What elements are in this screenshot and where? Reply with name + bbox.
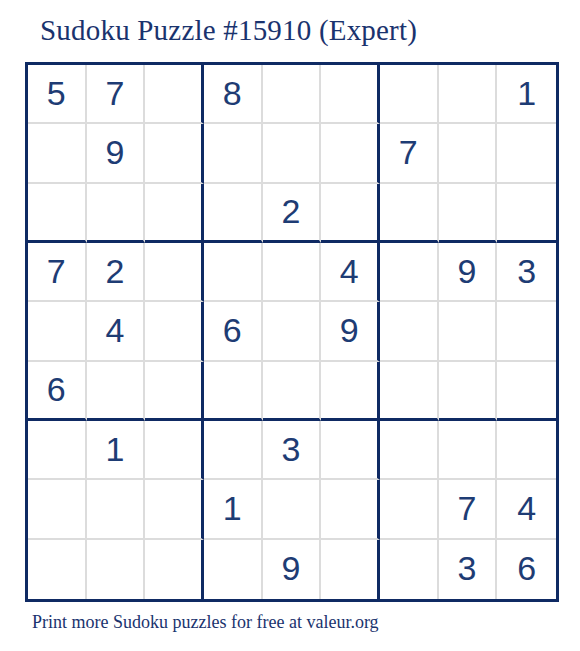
sudoku-cell-r8c6 [321, 480, 380, 539]
sudoku-cell-r8c9: 4 [497, 480, 556, 539]
sudoku-cell-r1c6 [321, 65, 380, 124]
sudoku-cell-r1c3 [145, 65, 204, 124]
sudoku-cell-r6c3 [145, 362, 204, 421]
sudoku-cell-r3c3 [145, 184, 204, 243]
sudoku-cell-r5c7 [380, 302, 439, 361]
sudoku-cell-r9c8: 3 [439, 540, 498, 599]
page-title: Sudoku Puzzle #15910 (Expert) [40, 12, 580, 48]
sudoku-cell-r3c6 [321, 184, 380, 243]
sudoku-cell-r5c8 [439, 302, 498, 361]
sudoku-cell-r5c9 [497, 302, 556, 361]
sudoku-cell-r1c5 [263, 65, 322, 124]
sudoku-cell-r4c2: 2 [87, 243, 146, 302]
sudoku-cell-r2c9 [497, 124, 556, 183]
sudoku-cell-r4c3 [145, 243, 204, 302]
sudoku-cell-r2c2: 9 [87, 124, 146, 183]
sudoku-cell-r8c3 [145, 480, 204, 539]
sudoku-cell-r9c9: 6 [497, 540, 556, 599]
sudoku-cell-r5c6: 9 [321, 302, 380, 361]
sudoku-cell-r2c1 [28, 124, 87, 183]
sudoku-cell-r8c4: 1 [204, 480, 263, 539]
sudoku-cell-r4c9: 3 [497, 243, 556, 302]
sudoku-cell-r6c9 [497, 362, 556, 421]
sudoku-cell-r4c6: 4 [321, 243, 380, 302]
sudoku-cell-r5c3 [145, 302, 204, 361]
sudoku-cell-r7c3 [145, 421, 204, 480]
sudoku-cell-r6c7 [380, 362, 439, 421]
sudoku-cell-r1c1: 5 [28, 65, 87, 124]
sudoku-cell-r7c5: 3 [263, 421, 322, 480]
sudoku-cell-r8c5 [263, 480, 322, 539]
sudoku-cell-r5c4: 6 [204, 302, 263, 361]
sudoku-cell-r5c1 [28, 302, 87, 361]
sudoku-cell-r3c5: 2 [263, 184, 322, 243]
sudoku-cell-r8c8: 7 [439, 480, 498, 539]
sudoku-cell-r7c7 [380, 421, 439, 480]
sudoku-cell-r8c1 [28, 480, 87, 539]
sudoku-cell-r7c4 [204, 421, 263, 480]
sudoku-cell-r1c8 [439, 65, 498, 124]
sudoku-cell-r9c3 [145, 540, 204, 599]
sudoku-cell-r7c6 [321, 421, 380, 480]
sudoku-cell-r4c5 [263, 243, 322, 302]
sudoku-cell-r7c8 [439, 421, 498, 480]
sudoku-cell-r4c7 [380, 243, 439, 302]
sudoku-cell-r1c4: 8 [204, 65, 263, 124]
sudoku-cell-r6c4 [204, 362, 263, 421]
sudoku-cell-r2c6 [321, 124, 380, 183]
sudoku-cell-r8c2 [87, 480, 146, 539]
sudoku-cell-r2c5 [263, 124, 322, 183]
sudoku-cell-r4c1: 7 [28, 243, 87, 302]
sudoku-cell-r7c1 [28, 421, 87, 480]
sudoku-cell-r9c1 [28, 540, 87, 599]
sudoku-cell-r9c6 [321, 540, 380, 599]
sudoku-cell-r9c7 [380, 540, 439, 599]
sudoku-cell-r9c5: 9 [263, 540, 322, 599]
sudoku-cell-r7c2: 1 [87, 421, 146, 480]
sudoku-cell-r5c2: 4 [87, 302, 146, 361]
sudoku-cell-r7c9 [497, 421, 556, 480]
sudoku-cell-r1c2: 7 [87, 65, 146, 124]
sudoku-cell-r9c4 [204, 540, 263, 599]
sudoku-cell-r2c3 [145, 124, 204, 183]
sudoku-cell-r5c5 [263, 302, 322, 361]
sudoku-cell-r1c9: 1 [497, 65, 556, 124]
sudoku-cell-r3c8 [439, 184, 498, 243]
sudoku-cell-r3c1 [28, 184, 87, 243]
sudoku-cell-r1c7 [380, 65, 439, 124]
sudoku-cell-r3c4 [204, 184, 263, 243]
sudoku-cell-r6c6 [321, 362, 380, 421]
sudoku-cell-r8c7 [380, 480, 439, 539]
sudoku-cell-r2c8 [439, 124, 498, 183]
footer-note: Print more Sudoku puzzles for free at va… [32, 612, 580, 633]
sudoku-cell-r4c8: 9 [439, 243, 498, 302]
sudoku-cell-r2c4 [204, 124, 263, 183]
sudoku-cell-r2c7: 7 [380, 124, 439, 183]
sudoku-cell-r6c2 [87, 362, 146, 421]
sudoku-cell-r3c9 [497, 184, 556, 243]
sudoku-cell-r3c7 [380, 184, 439, 243]
sudoku-cell-r6c1: 6 [28, 362, 87, 421]
sudoku-board: 578197272493469613174936 [25, 62, 559, 602]
sudoku-cell-r9c2 [87, 540, 146, 599]
sudoku-cell-r6c5 [263, 362, 322, 421]
sudoku-cell-r3c2 [87, 184, 146, 243]
sudoku-cell-r4c4 [204, 243, 263, 302]
sudoku-cell-r6c8 [439, 362, 498, 421]
